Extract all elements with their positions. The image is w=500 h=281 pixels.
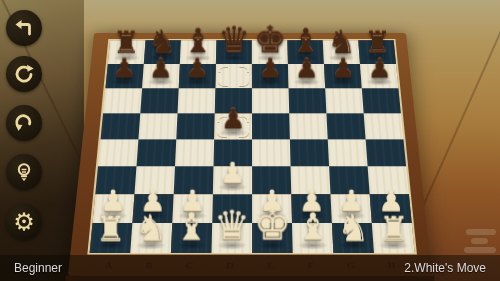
square-f1[interactable]: ♝ (292, 223, 333, 253)
square-f4[interactable] (290, 139, 329, 166)
square-d8[interactable]: ♛ (216, 40, 252, 64)
square-g7[interactable]: ♟ (324, 64, 362, 88)
square-e6[interactable] (252, 88, 289, 113)
square-a4[interactable] (98, 139, 138, 166)
toolbar-left: ⚙ (6, 0, 46, 281)
move-highlight-corner (240, 66, 250, 72)
rotate-clockwise-icon (14, 64, 34, 84)
watermark-logo (464, 226, 496, 253)
board-grid: ♜♞♝♛♚♝♞♜♟♟♟♟♟♟♟♟♟♟♟♟♟♟♟♟♜♞♝♛♚♝♞♜ (87, 39, 417, 255)
piece-black-queen[interactable]: ♛ (218, 22, 250, 58)
square-c1[interactable]: ♝ (171, 223, 212, 253)
board-scene: ♜♞♝♛♚♝♞♜♟♟♟♟♟♟♟♟♟♟♟♟♟♟♟♟♜♞♝♛♚♝♞♜ ABCDEFG… (0, 0, 500, 281)
square-c4[interactable] (175, 139, 214, 166)
move-highlight-corner (239, 80, 249, 86)
square-a6[interactable] (103, 88, 142, 113)
square-b4[interactable] (136, 139, 176, 166)
square-g1[interactable]: ♞ (332, 223, 374, 253)
back-button[interactable] (6, 10, 42, 46)
piece-black-pawn[interactable]: ♟ (149, 56, 173, 83)
piece-black-pawn[interactable]: ♟ (185, 56, 209, 83)
piece-black-pawn[interactable]: ♟ (221, 105, 246, 133)
piece-black-pawn[interactable]: ♟ (112, 56, 136, 83)
square-g5[interactable] (326, 113, 365, 139)
square-b7[interactable]: ♟ (142, 64, 180, 88)
square-e7[interactable]: ♟ (252, 64, 289, 88)
piece-black-pawn[interactable]: ♟ (258, 56, 282, 83)
piece-white-rook[interactable]: ♜ (95, 212, 126, 246)
square-b1[interactable]: ♞ (130, 223, 172, 253)
move-highlight-corner (219, 66, 229, 72)
chess-app: { "game": "Chess", "position": { "fen": … (0, 0, 500, 281)
piece-white-pawn[interactable]: ♟ (220, 159, 246, 188)
piece-white-knight[interactable]: ♞ (337, 210, 369, 246)
square-a5[interactable] (101, 113, 141, 139)
hint-button[interactable] (6, 154, 42, 190)
piece-white-bishop[interactable]: ♝ (175, 209, 208, 246)
square-a7[interactable]: ♟ (105, 64, 143, 88)
square-a1[interactable]: ♜ (90, 223, 133, 253)
square-h4[interactable] (366, 139, 407, 166)
chess-board: ♜♞♝♛♚♝♞♜♟♟♟♟♟♟♟♟♟♟♟♟♟♟♟♟♜♞♝♛♚♝♞♜ ABCDEFG… (68, 33, 432, 276)
square-c5[interactable] (176, 113, 214, 139)
status-bar: Beginner 2.White's Move (0, 255, 500, 281)
square-e1[interactable]: ♚ (252, 223, 293, 253)
square-b5[interactable] (138, 113, 177, 139)
undo-curved-arrow-icon (14, 113, 34, 133)
gear-icon: ⚙ (13, 210, 35, 234)
square-d3[interactable]: ♟ (213, 166, 252, 194)
square-c7[interactable]: ♟ (179, 64, 216, 88)
square-h1[interactable]: ♜ (372, 223, 415, 253)
square-f5[interactable] (289, 113, 328, 139)
piece-white-king[interactable]: ♚ (254, 204, 291, 246)
square-h7[interactable]: ♟ (360, 64, 398, 88)
square-f7[interactable]: ♟ (288, 64, 325, 88)
piece-white-queen[interactable]: ♛ (214, 205, 250, 245)
square-d1[interactable]: ♛ (212, 223, 253, 253)
piece-black-pawn[interactable]: ♟ (295, 56, 319, 83)
piece-white-bishop[interactable]: ♝ (296, 209, 329, 246)
settings-button[interactable]: ⚙ (6, 204, 42, 240)
square-c6[interactable] (177, 88, 215, 113)
square-h6[interactable] (362, 88, 401, 113)
rotate-button[interactable] (6, 56, 42, 92)
move-highlight-corner (218, 80, 228, 86)
square-d7[interactable] (215, 64, 252, 88)
turn-indicator: 2.White's Move (404, 261, 486, 275)
square-g6[interactable] (325, 88, 363, 113)
undo-button[interactable] (6, 105, 42, 141)
piece-black-pawn[interactable]: ♟ (368, 56, 392, 83)
square-e5[interactable] (252, 113, 290, 139)
piece-black-pawn[interactable]: ♟ (331, 56, 355, 83)
piece-white-knight[interactable]: ♞ (135, 210, 167, 246)
square-h5[interactable] (364, 113, 404, 139)
lightbulb-icon (14, 162, 34, 182)
square-e4[interactable] (252, 139, 291, 166)
piece-white-rook[interactable]: ♜ (378, 212, 409, 246)
turn-left-arrow-icon (14, 18, 34, 38)
square-b6[interactable] (140, 88, 178, 113)
square-g4[interactable] (328, 139, 368, 166)
square-d5[interactable]: ♟ (214, 113, 252, 139)
square-f6[interactable] (289, 88, 327, 113)
